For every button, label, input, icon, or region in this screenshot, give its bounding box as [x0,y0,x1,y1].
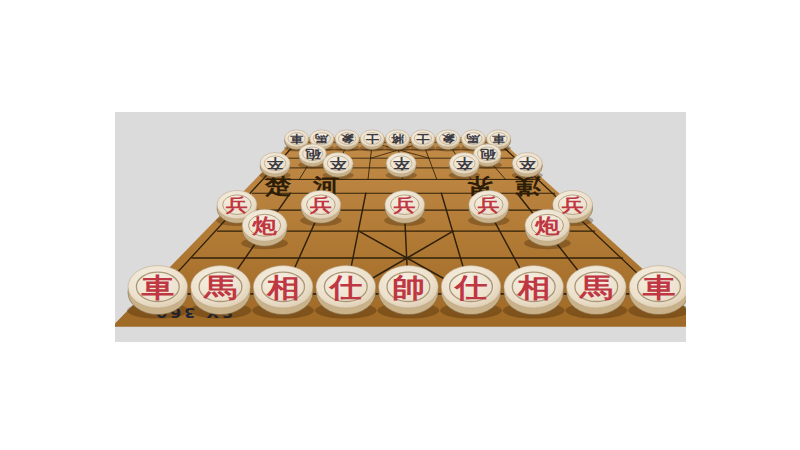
piece-red-chariot-right[interactable]: 車 [628,266,686,319]
piece-character: 馬 [314,132,329,145]
piece-red-advisor-right[interactable]: 仕 [440,266,502,319]
piece-character: 帥 [392,272,425,303]
piece-black-advisor-right[interactable]: 士 [410,130,435,152]
piece-character: 仕 [452,272,487,303]
piece-character: 車 [643,272,676,303]
page-background: 楚河漢界SY 360車馬象士將士象馬車砲砲卒卒卒卒卒兵兵兵兵兵炮炮車馬相仕帥仕相… [0,0,800,450]
piece-black-soldier-4[interactable]: 卒 [449,153,480,180]
piece-character: 卒 [456,156,472,172]
piece-character: 將 [391,132,405,145]
piece-red-soldier-2[interactable]: 兵 [300,191,341,227]
piece-red-elephant-left[interactable]: 相 [252,266,314,319]
piece-character: 兵 [393,194,416,216]
piece-character: 士 [366,132,380,145]
piece-character: 馬 [466,132,481,145]
piece-character: 車 [141,272,174,303]
piece-character: 砲 [479,147,496,161]
piece-character: 象 [440,132,455,145]
piece-character: 炮 [251,214,277,237]
piece-red-advisor-left[interactable]: 仕 [315,266,377,319]
piece-red-chariot-left[interactable]: 車 [127,266,189,319]
piece-black-soldier-2[interactable]: 卒 [323,153,354,180]
piece-character: 象 [339,132,354,145]
piece-character: 砲 [304,147,321,161]
piece-black-elephant-left[interactable]: 象 [335,130,360,152]
piece-black-general[interactable]: 將 [385,130,410,152]
piece-character: 兵 [309,194,332,216]
piece-character: 相 [516,272,550,303]
piece-character: 卒 [393,156,409,172]
piece-red-soldier-4[interactable]: 兵 [468,191,509,227]
piece-black-soldier-3[interactable]: 卒 [386,153,417,180]
piece-character: 卒 [330,156,346,172]
piece-red-cannon-right[interactable]: 炮 [524,209,571,249]
piece-black-advisor-left[interactable]: 士 [360,130,385,152]
piece-character: 兵 [561,194,584,216]
piece-character: 車 [492,132,506,145]
piece-character: 車 [290,132,304,145]
piece-red-cannon-left[interactable]: 炮 [241,209,288,249]
piece-character: 卒 [267,156,283,172]
piece-black-cannon-left[interactable]: 砲 [298,144,327,169]
piece-black-elephant-right[interactable]: 象 [436,130,461,152]
piece-character: 馬 [579,272,613,303]
piece-black-soldier-1[interactable]: 卒 [260,153,291,180]
piece-red-horse-left[interactable]: 馬 [190,266,252,319]
piece-red-horse-right[interactable]: 馬 [565,266,627,319]
piece-character: 兵 [225,194,248,216]
piece-red-soldier-3[interactable]: 兵 [384,191,425,227]
piece-red-elephant-right[interactable]: 相 [503,266,565,319]
piece-red-general[interactable]: 帥 [378,266,440,319]
piece-character: 炮 [534,214,560,237]
piece-character: 卒 [519,156,535,172]
piece-black-soldier-5[interactable]: 卒 [512,153,543,180]
piece-character: 仕 [327,272,362,303]
piece-character: 馬 [203,272,237,303]
piece-character: 相 [266,272,300,303]
xiangqi-board-photo: 楚河漢界SY 360車馬象士將士象馬車砲砲卒卒卒卒卒兵兵兵兵兵炮炮車馬相仕帥仕相… [115,112,686,342]
product-photo: 楚河漢界SY 360車馬象士將士象馬車砲砲卒卒卒卒卒兵兵兵兵兵炮炮車馬相仕帥仕相… [115,112,686,342]
piece-character: 兵 [477,194,500,216]
piece-character: 士 [416,132,430,145]
